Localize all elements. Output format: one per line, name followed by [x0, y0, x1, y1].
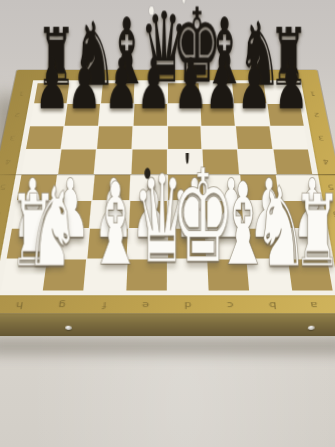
piece-white-bishop[interactable]: ♝	[215, 168, 244, 282]
piece-white-queen[interactable]: ♛	[132, 160, 162, 281]
square-e3[interactable]	[132, 126, 166, 149]
file-label: g	[40, 298, 83, 310]
square-g3[interactable]	[61, 126, 97, 149]
file-label: a	[292, 298, 335, 310]
board-front-edge	[0, 313, 335, 336]
chess-board: ♜♞♝♛♚♝♞♜♟♟♟♟♟♟♟♟♟♟♟♟♟♟♟♟♜♞♝♛♚♝♞♜ hgfedcb…	[0, 70, 335, 313]
rank-label: 3	[312, 126, 330, 149]
piece-white-bishop[interactable]: ♝	[87, 168, 120, 282]
brass-pin-icon	[308, 325, 315, 329]
square-b3[interactable]	[236, 126, 272, 149]
black-finial-icon	[144, 167, 150, 178]
square-g2[interactable]: ♟	[65, 104, 100, 125]
black-finial-icon	[185, 143, 189, 165]
square-a3[interactable]	[271, 126, 308, 149]
file-label: h	[0, 298, 41, 310]
file-label: b	[250, 298, 293, 310]
square-c2[interactable]: ♟	[201, 104, 235, 125]
piece-black-pawn[interactable]: ♟	[205, 50, 231, 120]
rank-label: 3	[4, 126, 22, 149]
square-b8[interactable]: ♞	[248, 259, 291, 290]
file-label: d	[167, 298, 209, 310]
piece-black-pawn[interactable]: ♟	[35, 50, 61, 120]
board-margin: ♜♞♝♛♚♝♞♜♟♟♟♟♟♟♟♟♟♟♟♟♟♟♟♟♜♞♝♛♚♝♞♜	[0, 80, 335, 295]
piece-white-knight[interactable]: ♞	[48, 171, 79, 281]
piece-white-king[interactable]: ♚	[171, 153, 203, 282]
square-f3[interactable]	[97, 126, 132, 149]
square-e8[interactable]: ♛	[126, 259, 166, 290]
rank-label: 1	[13, 83, 29, 104]
file-label: f	[82, 298, 125, 310]
piece-white-rook[interactable]: ♜	[293, 182, 326, 281]
piece-black-pawn[interactable]: ♟	[104, 50, 129, 120]
piece-black-pawn[interactable]: ♟	[136, 50, 163, 120]
square-c8[interactable]: ♝	[208, 259, 250, 290]
square-f8[interactable]: ♝	[84, 259, 126, 290]
square-a8[interactable]: ♜	[288, 259, 332, 290]
photo-background: ♜♞♝♛♚♝♞♜♟♟♟♟♟♟♟♟♟♟♟♟♟♟♟♟♜♞♝♛♚♝♞♜ hgfedcb…	[0, 0, 335, 447]
square-g8[interactable]: ♞	[43, 259, 86, 290]
file-labels: hgfedcba	[0, 298, 335, 310]
brass-pin-icon	[65, 325, 72, 329]
piece-white-knight[interactable]: ♞	[254, 171, 285, 281]
piece-black-pawn[interactable]: ♟	[237, 50, 264, 120]
white-finial-icon	[182, 0, 185, 4]
white-finial-icon	[149, 6, 154, 15]
square-h3[interactable]	[26, 126, 63, 149]
board-grid: ♜♞♝♛♚♝♞♜♟♟♟♟♟♟♟♟♟♟♟♟♟♟♟♟♜♞♝♛♚♝♞♜	[1, 83, 333, 290]
square-d8[interactable]: ♚	[168, 259, 208, 290]
piece-black-pawn[interactable]: ♟	[67, 50, 94, 120]
square-e2[interactable]: ♟	[133, 104, 166, 125]
file-label: c	[209, 298, 252, 310]
piece-black-pawn[interactable]: ♟	[173, 50, 197, 120]
rank-label: 2	[308, 104, 325, 126]
square-d2[interactable]: ♟	[168, 104, 201, 125]
square-a2[interactable]: ♟	[268, 104, 304, 125]
rank-label: 2	[9, 104, 26, 126]
square-f2[interactable]: ♟	[99, 104, 133, 125]
rank-label: 7	[0, 228, 2, 258]
file-label: e	[125, 298, 167, 310]
scene: ♜♞♝♛♚♝♞♜♟♟♟♟♟♟♟♟♟♟♟♟♟♟♟♟♜♞♝♛♚♝♞♜ hgfedcb…	[0, 0, 335, 447]
piece-black-pawn[interactable]: ♟	[274, 50, 299, 120]
square-h2[interactable]: ♟	[30, 104, 66, 125]
square-b2[interactable]: ♟	[234, 104, 269, 125]
